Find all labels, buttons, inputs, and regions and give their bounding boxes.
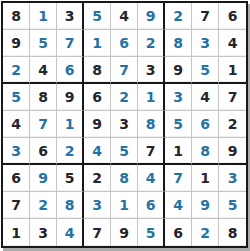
cell-r8c1[interactable]: 7 [3,192,30,219]
cell-r8c2[interactable]: 2 [30,192,57,219]
cell-r4c6[interactable]: 1 [138,84,165,111]
sudoku-board: 8135492769571628342468739515896213474719… [1,1,248,248]
cell-r2c6[interactable]: 2 [138,30,165,57]
cell-r9c9[interactable]: 8 [219,219,246,246]
cell-r8c8[interactable]: 9 [192,192,219,219]
cell-r6c3[interactable]: 2 [57,138,84,165]
cell-r5c9[interactable]: 2 [219,111,246,138]
cell-r6c5[interactable]: 5 [111,138,138,165]
cell-r4c5[interactable]: 2 [111,84,138,111]
cell-r1c7[interactable]: 2 [165,3,192,30]
cell-r9c3[interactable]: 4 [57,219,84,246]
cell-r1c3[interactable]: 3 [57,3,84,30]
cell-r9c8[interactable]: 2 [192,219,219,246]
cell-r3c2[interactable]: 4 [30,57,57,84]
cell-r7c8[interactable]: 1 [192,165,219,192]
cell-r5c7[interactable]: 5 [165,111,192,138]
cell-r1c8[interactable]: 7 [192,3,219,30]
cell-r3c1[interactable]: 2 [3,57,30,84]
cell-r2c8[interactable]: 3 [192,30,219,57]
cell-r1c9[interactable]: 6 [219,3,246,30]
cell-r5c4[interactable]: 9 [84,111,111,138]
cell-r1c5[interactable]: 4 [111,3,138,30]
cell-r4c9[interactable]: 7 [219,84,246,111]
cell-r1c1[interactable]: 8 [3,3,30,30]
cell-r6c6[interactable]: 7 [138,138,165,165]
cell-r4c7[interactable]: 3 [165,84,192,111]
cell-r4c4[interactable]: 6 [84,84,111,111]
cell-r5c8[interactable]: 6 [192,111,219,138]
cell-r8c9[interactable]: 5 [219,192,246,219]
cell-r8c4[interactable]: 3 [84,192,111,219]
cell-r6c7[interactable]: 1 [165,138,192,165]
cell-r8c7[interactable]: 4 [165,192,192,219]
cell-r5c1[interactable]: 4 [3,111,30,138]
cell-r9c2[interactable]: 3 [30,219,57,246]
cell-r7c7[interactable]: 7 [165,165,192,192]
cell-r9c4[interactable]: 7 [84,219,111,246]
cell-r2c2[interactable]: 5 [30,30,57,57]
cell-r1c2[interactable]: 1 [30,3,57,30]
cell-r9c1[interactable]: 1 [3,219,30,246]
cell-r6c4[interactable]: 4 [84,138,111,165]
cell-r4c3[interactable]: 9 [57,84,84,111]
cell-r3c9[interactable]: 1 [219,57,246,84]
cell-r9c5[interactable]: 9 [111,219,138,246]
cell-r8c5[interactable]: 1 [111,192,138,219]
cell-r5c6[interactable]: 8 [138,111,165,138]
cell-r6c1[interactable]: 3 [3,138,30,165]
cell-r7c6[interactable]: 4 [138,165,165,192]
cell-r2c1[interactable]: 9 [3,30,30,57]
cell-r9c7[interactable]: 6 [165,219,192,246]
cell-r7c2[interactable]: 9 [30,165,57,192]
cell-r5c3[interactable]: 1 [57,111,84,138]
cell-r3c5[interactable]: 7 [111,57,138,84]
cell-r9c6[interactable]: 5 [138,219,165,246]
cell-r1c6[interactable]: 9 [138,3,165,30]
cell-r3c4[interactable]: 8 [84,57,111,84]
cell-r4c2[interactable]: 8 [30,84,57,111]
cell-r4c1[interactable]: 5 [3,84,30,111]
cell-r4c8[interactable]: 4 [192,84,219,111]
cell-r2c7[interactable]: 8 [165,30,192,57]
cell-r3c3[interactable]: 6 [57,57,84,84]
cell-r6c9[interactable]: 9 [219,138,246,165]
cell-r1c4[interactable]: 5 [84,3,111,30]
cell-r7c5[interactable]: 8 [111,165,138,192]
cell-r3c7[interactable]: 9 [165,57,192,84]
cell-r3c6[interactable]: 3 [138,57,165,84]
cell-r6c2[interactable]: 6 [30,138,57,165]
cell-r2c4[interactable]: 1 [84,30,111,57]
cell-r7c4[interactable]: 2 [84,165,111,192]
cell-r5c5[interactable]: 3 [111,111,138,138]
cell-r2c3[interactable]: 7 [57,30,84,57]
cell-r5c2[interactable]: 7 [30,111,57,138]
cell-r7c1[interactable]: 6 [3,165,30,192]
cell-r7c9[interactable]: 3 [219,165,246,192]
cell-r8c3[interactable]: 8 [57,192,84,219]
cell-r2c5[interactable]: 6 [111,30,138,57]
cell-r2c9[interactable]: 4 [219,30,246,57]
cell-r8c6[interactable]: 6 [138,192,165,219]
cell-r6c8[interactable]: 8 [192,138,219,165]
cell-r3c8[interactable]: 5 [192,57,219,84]
cell-r7c3[interactable]: 5 [57,165,84,192]
